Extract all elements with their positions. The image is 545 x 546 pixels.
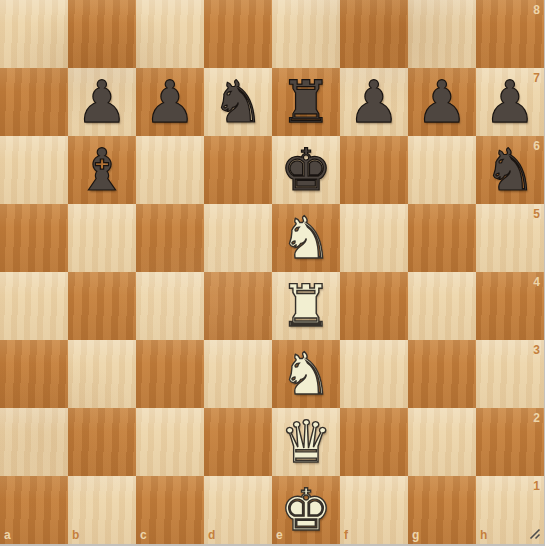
piece-white-knight-e3[interactable]: ♞ bbox=[280, 340, 332, 408]
square-c3[interactable] bbox=[136, 340, 204, 408]
square-b3[interactable] bbox=[68, 340, 136, 408]
square-c6[interactable] bbox=[136, 136, 204, 204]
square-e2[interactable]: ♛ bbox=[272, 408, 340, 476]
piece-black-pawn-b7[interactable]: ♟ bbox=[76, 68, 128, 136]
square-g2[interactable] bbox=[408, 408, 476, 476]
square-d1[interactable]: d bbox=[204, 476, 272, 544]
coord-rank-1: 1 bbox=[533, 479, 540, 493]
square-a3[interactable] bbox=[0, 340, 68, 408]
square-f7[interactable]: ♟ bbox=[340, 68, 408, 136]
square-e4[interactable]: ♜ bbox=[272, 272, 340, 340]
square-d8[interactable] bbox=[204, 0, 272, 68]
coord-file-f: f bbox=[344, 528, 348, 542]
square-b2[interactable] bbox=[68, 408, 136, 476]
square-h4[interactable]: 4 bbox=[476, 272, 544, 340]
square-d6[interactable] bbox=[204, 136, 272, 204]
piece-black-bishop-b6[interactable]: ♝ bbox=[76, 136, 128, 204]
square-a2[interactable] bbox=[0, 408, 68, 476]
square-h5[interactable]: 5 bbox=[476, 204, 544, 272]
square-d4[interactable] bbox=[204, 272, 272, 340]
square-g7[interactable]: ♟ bbox=[408, 68, 476, 136]
square-h8[interactable]: 8 bbox=[476, 0, 544, 68]
board-resize-handle-icon[interactable] bbox=[529, 528, 541, 540]
square-e5[interactable]: ♞ bbox=[272, 204, 340, 272]
square-d3[interactable] bbox=[204, 340, 272, 408]
square-a1[interactable]: a bbox=[0, 476, 68, 544]
square-b5[interactable] bbox=[68, 204, 136, 272]
piece-white-rook-e4[interactable]: ♜ bbox=[280, 272, 332, 340]
square-e3[interactable]: ♞ bbox=[272, 340, 340, 408]
square-c4[interactable] bbox=[136, 272, 204, 340]
square-g3[interactable] bbox=[408, 340, 476, 408]
square-c8[interactable] bbox=[136, 0, 204, 68]
square-h2[interactable]: 2 bbox=[476, 408, 544, 476]
coord-rank-5: 5 bbox=[533, 207, 540, 221]
square-b4[interactable] bbox=[68, 272, 136, 340]
coord-file-h: h bbox=[480, 528, 487, 542]
square-d5[interactable] bbox=[204, 204, 272, 272]
square-f5[interactable] bbox=[340, 204, 408, 272]
square-d7[interactable]: ♞ bbox=[204, 68, 272, 136]
piece-black-king-e6[interactable]: ♚ bbox=[280, 136, 332, 204]
square-g8[interactable] bbox=[408, 0, 476, 68]
square-f6[interactable] bbox=[340, 136, 408, 204]
square-a8[interactable] bbox=[0, 0, 68, 68]
coord-rank-8: 8 bbox=[533, 3, 540, 17]
square-e8[interactable] bbox=[272, 0, 340, 68]
square-f4[interactable] bbox=[340, 272, 408, 340]
square-g4[interactable] bbox=[408, 272, 476, 340]
square-c7[interactable]: ♟ bbox=[136, 68, 204, 136]
square-g1[interactable]: g bbox=[408, 476, 476, 544]
square-f3[interactable] bbox=[340, 340, 408, 408]
piece-black-knight-d7[interactable]: ♞ bbox=[212, 68, 264, 136]
square-f8[interactable] bbox=[340, 0, 408, 68]
square-c2[interactable] bbox=[136, 408, 204, 476]
square-b8[interactable] bbox=[68, 0, 136, 68]
piece-white-queen-e2[interactable]: ♛ bbox=[280, 408, 332, 476]
square-a6[interactable] bbox=[0, 136, 68, 204]
coord-file-a: a bbox=[4, 528, 11, 542]
square-g5[interactable] bbox=[408, 204, 476, 272]
square-e1[interactable]: ♚e bbox=[272, 476, 340, 544]
piece-black-rook-e7[interactable]: ♜ bbox=[280, 68, 332, 136]
square-h7[interactable]: ♟7 bbox=[476, 68, 544, 136]
square-c5[interactable] bbox=[136, 204, 204, 272]
coord-file-c: c bbox=[140, 528, 147, 542]
coord-file-g: g bbox=[412, 528, 419, 542]
coord-rank-3: 3 bbox=[533, 343, 540, 357]
chess-board: 8♟♟♞♜♟♟♟7♝♚♞6♞5♜4♞3♛2abcd♚efgh1 bbox=[0, 0, 544, 544]
square-f2[interactable] bbox=[340, 408, 408, 476]
square-g6[interactable] bbox=[408, 136, 476, 204]
coord-rank-2: 2 bbox=[533, 411, 540, 425]
piece-black-knight-h6[interactable]: ♞ bbox=[484, 136, 536, 204]
square-b1[interactable]: b bbox=[68, 476, 136, 544]
square-c1[interactable]: c bbox=[136, 476, 204, 544]
piece-white-king-e1[interactable]: ♚ bbox=[280, 476, 332, 544]
page: { "game": "chess", "position": { "fen": … bbox=[0, 0, 545, 546]
piece-white-knight-e5[interactable]: ♞ bbox=[280, 204, 332, 272]
square-e7[interactable]: ♜ bbox=[272, 68, 340, 136]
square-a5[interactable] bbox=[0, 204, 68, 272]
piece-black-pawn-f7[interactable]: ♟ bbox=[348, 68, 400, 136]
square-h3[interactable]: 3 bbox=[476, 340, 544, 408]
piece-black-pawn-g7[interactable]: ♟ bbox=[416, 68, 468, 136]
piece-black-pawn-c7[interactable]: ♟ bbox=[144, 68, 196, 136]
square-a7[interactable] bbox=[0, 68, 68, 136]
coord-file-d: d bbox=[208, 528, 215, 542]
square-e6[interactable]: ♚ bbox=[272, 136, 340, 204]
square-a4[interactable] bbox=[0, 272, 68, 340]
square-f1[interactable]: f bbox=[340, 476, 408, 544]
square-h6[interactable]: ♞6 bbox=[476, 136, 544, 204]
coord-rank-4: 4 bbox=[533, 275, 540, 289]
square-d2[interactable] bbox=[204, 408, 272, 476]
square-b7[interactable]: ♟ bbox=[68, 68, 136, 136]
coord-file-b: b bbox=[72, 528, 79, 542]
piece-black-pawn-h7[interactable]: ♟ bbox=[484, 68, 536, 136]
square-b6[interactable]: ♝ bbox=[68, 136, 136, 204]
